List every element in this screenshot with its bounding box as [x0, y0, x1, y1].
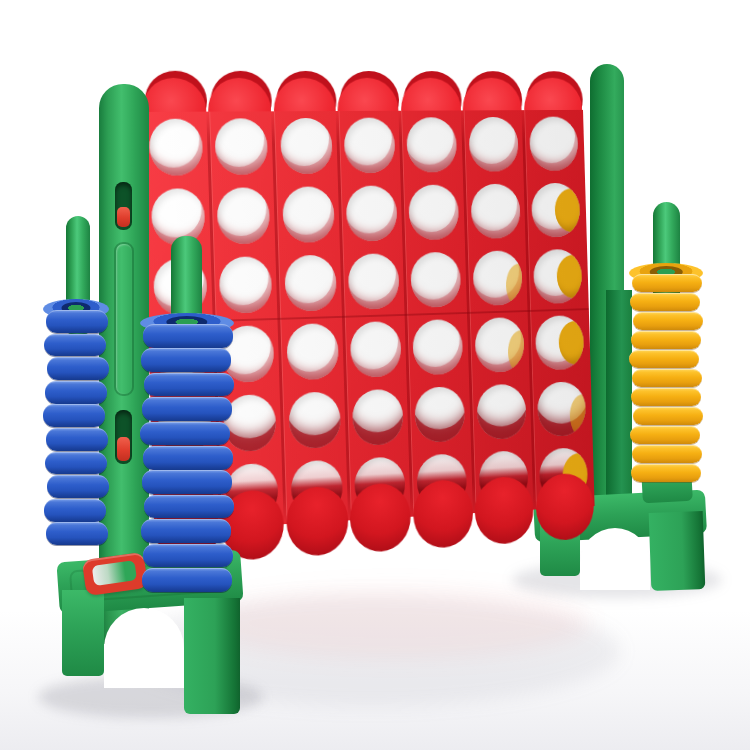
hole: [408, 184, 459, 240]
yellow-disc: [632, 274, 702, 292]
hole: [284, 254, 337, 311]
blue-disc: [46, 522, 108, 545]
product-photo-scene: [0, 0, 750, 750]
hole: [406, 117, 457, 172]
yellow-disc: [631, 464, 701, 482]
blue-disc: [46, 310, 108, 333]
blue-disc: [141, 348, 231, 372]
cell-r4-c6: [468, 310, 531, 379]
cell-r2-c7: [525, 176, 587, 243]
yellow-disc: [630, 293, 700, 311]
cell-r1-c6: [462, 110, 525, 177]
yellow-disc-behind-hole: [558, 320, 584, 365]
hole: [350, 320, 402, 377]
yellow-disc: [632, 445, 702, 463]
board-top-scallops: [140, 78, 583, 112]
yellow-disc: [632, 369, 702, 387]
red-slide-button-upper[interactable]: [117, 207, 130, 227]
board-bottom-scallop: [412, 479, 474, 550]
blue-disc: [143, 446, 233, 470]
cell-r1-c5: [400, 110, 464, 178]
cell-r3-c5: [404, 245, 468, 314]
right-foot-right-leg: [649, 511, 706, 591]
yellow-disc: [633, 407, 703, 425]
blue-disc: [141, 519, 231, 543]
hole: [346, 185, 398, 241]
yellow-disc: [629, 350, 699, 368]
slider-slot-lower: [115, 410, 132, 464]
cell-r2-c4: [339, 178, 404, 247]
hole: [352, 388, 404, 446]
blue-disc: [144, 495, 234, 519]
cell-r5-c7: [531, 374, 593, 443]
blue-disc: [143, 324, 233, 348]
hole: [286, 322, 339, 380]
cell-r4-c7: [529, 308, 591, 376]
blue-disc: [43, 404, 105, 427]
hole: [282, 186, 335, 243]
yellow-disc-behind-hole: [505, 263, 522, 306]
yellow-disc-behind-hole: [556, 254, 582, 298]
red-slide-button-lower[interactable]: [117, 437, 130, 461]
release-handle-hole: [92, 560, 137, 586]
hole: [529, 116, 579, 170]
left-foot-left-leg: [62, 590, 104, 676]
hole: [535, 314, 585, 370]
blue-disc: [44, 499, 106, 522]
blue-disc: [142, 470, 232, 494]
cell-r1-c4: [337, 111, 402, 180]
blue-disc: [44, 334, 106, 357]
cell-r5-c6: [470, 377, 533, 447]
blue-disc: [45, 452, 107, 475]
board-bottom-scallop: [285, 485, 349, 557]
cell-r3-c3: [277, 248, 343, 318]
hole: [288, 391, 341, 449]
hole: [214, 118, 268, 175]
blue-disc: [46, 428, 108, 451]
blue-disc-stack-front: [140, 322, 234, 592]
hole: [476, 383, 526, 440]
yellow-disc-stack: [629, 272, 703, 484]
hole: [148, 118, 203, 175]
cell-r1-c3: [273, 111, 339, 180]
cell-r2-c2: [210, 180, 277, 250]
cell-r4-c4: [343, 314, 408, 384]
cell-r5-c4: [345, 382, 410, 453]
blue-disc: [142, 568, 232, 592]
cell-r5-c3: [281, 384, 347, 455]
board-reflection: [200, 588, 590, 658]
hole: [472, 250, 522, 306]
hole: [537, 381, 587, 437]
yellow-disc: [630, 426, 700, 444]
molded-groove: [114, 242, 134, 396]
cell-r3-c4: [341, 246, 406, 316]
hole: [217, 187, 271, 244]
cell-r5-c5: [408, 379, 472, 449]
hole: [531, 182, 581, 237]
hole: [414, 385, 465, 442]
cell-r2-c3: [275, 179, 341, 249]
cell-r1-c1: [141, 112, 209, 182]
hole: [474, 316, 524, 372]
yellow-disc-behind-hole: [554, 188, 580, 232]
yellow-disc: [631, 388, 701, 406]
hole: [470, 183, 520, 238]
blue-disc: [140, 422, 230, 446]
cell-r2-c5: [402, 178, 466, 247]
yellow-disc: [633, 312, 703, 330]
cell-r1-c2: [208, 111, 275, 181]
hole: [410, 251, 461, 307]
blue-disc: [47, 475, 109, 498]
blue-disc: [144, 373, 234, 397]
blue-disc: [143, 544, 233, 568]
yellow-disc-behind-hole: [569, 393, 586, 436]
cell-r4-c5: [406, 312, 470, 382]
blue-disc-stack-rear: [43, 308, 109, 546]
hole: [343, 117, 395, 173]
slider-slot-upper: [115, 182, 132, 230]
cell-r1-c7: [523, 110, 585, 177]
cell-r2-c6: [464, 177, 527, 245]
hole: [219, 256, 273, 314]
blue-disc: [47, 357, 109, 380]
blue-disc: [142, 397, 232, 421]
blue-disc: [45, 381, 107, 404]
yellow-disc-behind-hole: [507, 329, 524, 372]
hole: [533, 248, 583, 303]
yellow-disc: [631, 331, 701, 349]
cell-r3-c2: [212, 249, 279, 320]
left-foot-arch: [104, 608, 184, 688]
hole: [279, 117, 332, 173]
hole: [412, 318, 463, 375]
cell-r3-c7: [527, 242, 589, 310]
left-foot-right-leg: [184, 598, 240, 714]
cell-r4-c3: [279, 316, 345, 387]
hole: [468, 116, 518, 171]
hole: [348, 253, 400, 310]
cell-r3-c6: [466, 243, 529, 311]
board-bottom-scallop: [535, 472, 595, 542]
